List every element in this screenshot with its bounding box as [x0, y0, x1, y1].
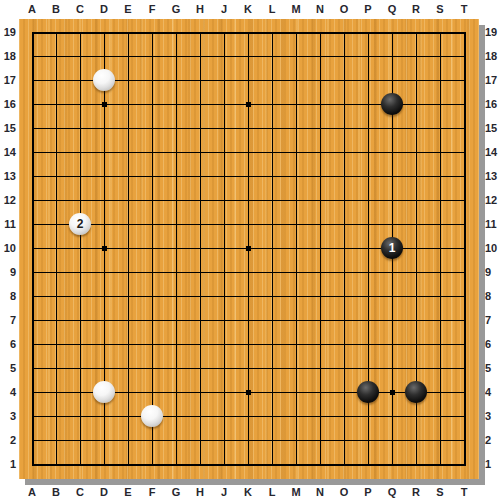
row-label-right-7: 7 — [485, 312, 500, 328]
column-label-bottom-Q: Q — [380, 484, 404, 500]
row-label-left-13: 13 — [1, 168, 16, 184]
column-label-top-L: L — [260, 1, 284, 17]
board-surface[interactable]: 21 — [19, 19, 479, 479]
column-label-bottom-L: L — [260, 484, 284, 500]
row-label-right-1: 1 — [485, 456, 500, 472]
go-board-diagram: ABCDEFGHJKLMNOPQRST ABCDEFGHJKLMNOPQRST … — [0, 0, 500, 500]
column-label-bottom-E: E — [116, 484, 140, 500]
column-label-bottom-O: O — [332, 484, 356, 500]
row-label-right-10: 10 — [485, 240, 500, 256]
black-stone-R4[interactable] — [405, 381, 427, 403]
black-stone-Q10[interactable]: 1 — [381, 237, 403, 259]
row-label-right-16: 16 — [485, 96, 500, 112]
column-label-top-K: K — [236, 1, 260, 17]
row-label-right-4: 4 — [485, 384, 500, 400]
row-label-left-4: 4 — [1, 384, 16, 400]
row-label-left-17: 17 — [1, 72, 16, 88]
column-label-top-P: P — [356, 1, 380, 17]
row-label-right-18: 18 — [485, 48, 500, 64]
column-label-top-F: F — [140, 1, 164, 17]
column-label-top-T: T — [452, 1, 476, 17]
row-label-left-11: 11 — [1, 216, 16, 232]
row-label-left-7: 7 — [1, 312, 16, 328]
black-stone-P4[interactable] — [357, 381, 379, 403]
row-label-left-6: 6 — [1, 336, 16, 352]
column-label-bottom-S: S — [428, 484, 452, 500]
row-label-right-8: 8 — [485, 288, 500, 304]
row-label-left-15: 15 — [1, 120, 16, 136]
column-label-bottom-P: P — [356, 484, 380, 500]
row-label-right-3: 3 — [485, 408, 500, 424]
row-label-right-13: 13 — [485, 168, 500, 184]
row-label-left-18: 18 — [1, 48, 16, 64]
move-number-label: 1 — [389, 237, 396, 259]
white-stone-D17[interactable] — [93, 69, 115, 91]
star-point-D10 — [102, 246, 107, 251]
row-label-right-11: 11 — [485, 216, 500, 232]
column-label-top-G: G — [164, 1, 188, 17]
column-label-top-R: R — [404, 1, 428, 17]
row-label-left-12: 12 — [1, 192, 16, 208]
row-label-left-3: 3 — [1, 408, 16, 424]
column-label-top-E: E — [116, 1, 140, 17]
black-stone-Q16[interactable] — [381, 93, 403, 115]
column-label-bottom-C: C — [68, 484, 92, 500]
row-label-left-8: 8 — [1, 288, 16, 304]
white-stone-D4[interactable] — [93, 381, 115, 403]
star-point-Q4 — [390, 390, 395, 395]
column-label-bottom-F: F — [140, 484, 164, 500]
row-label-right-9: 9 — [485, 264, 500, 280]
column-label-top-A: A — [20, 1, 44, 17]
column-label-top-D: D — [92, 1, 116, 17]
star-point-K10 — [246, 246, 251, 251]
row-label-left-10: 10 — [1, 240, 16, 256]
column-label-bottom-T: T — [452, 484, 476, 500]
star-point-K16 — [246, 102, 251, 107]
row-label-left-19: 19 — [1, 24, 16, 40]
row-label-left-9: 9 — [1, 264, 16, 280]
column-label-top-B: B — [44, 1, 68, 17]
column-label-bottom-K: K — [236, 484, 260, 500]
row-label-right-6: 6 — [485, 336, 500, 352]
column-label-top-S: S — [428, 1, 452, 17]
column-label-top-O: O — [332, 1, 356, 17]
column-label-bottom-G: G — [164, 484, 188, 500]
column-label-bottom-J: J — [212, 484, 236, 500]
star-point-D16 — [102, 102, 107, 107]
column-label-top-N: N — [308, 1, 332, 17]
row-label-left-5: 5 — [1, 360, 16, 376]
row-label-left-16: 16 — [1, 96, 16, 112]
column-label-bottom-D: D — [92, 484, 116, 500]
row-label-right-17: 17 — [485, 72, 500, 88]
row-label-right-5: 5 — [485, 360, 500, 376]
move-number-label: 2 — [77, 213, 84, 235]
row-label-right-14: 14 — [485, 144, 500, 160]
column-label-top-Q: Q — [380, 1, 404, 17]
column-label-bottom-N: N — [308, 484, 332, 500]
row-label-right-12: 12 — [485, 192, 500, 208]
white-stone-F3[interactable] — [141, 405, 163, 427]
column-label-top-M: M — [284, 1, 308, 17]
column-label-bottom-R: R — [404, 484, 428, 500]
star-point-K4 — [246, 390, 251, 395]
column-label-bottom-A: A — [20, 484, 44, 500]
row-label-right-15: 15 — [485, 120, 500, 136]
row-label-right-2: 2 — [485, 432, 500, 448]
column-label-top-C: C — [68, 1, 92, 17]
row-label-left-14: 14 — [1, 144, 16, 160]
column-label-top-J: J — [212, 1, 236, 17]
column-label-bottom-B: B — [44, 484, 68, 500]
row-label-left-2: 2 — [1, 432, 16, 448]
row-label-right-19: 19 — [485, 24, 500, 40]
row-label-left-1: 1 — [1, 456, 16, 472]
column-label-top-H: H — [188, 1, 212, 17]
column-label-bottom-M: M — [284, 484, 308, 500]
white-stone-C11[interactable]: 2 — [69, 213, 91, 235]
column-label-bottom-H: H — [188, 484, 212, 500]
